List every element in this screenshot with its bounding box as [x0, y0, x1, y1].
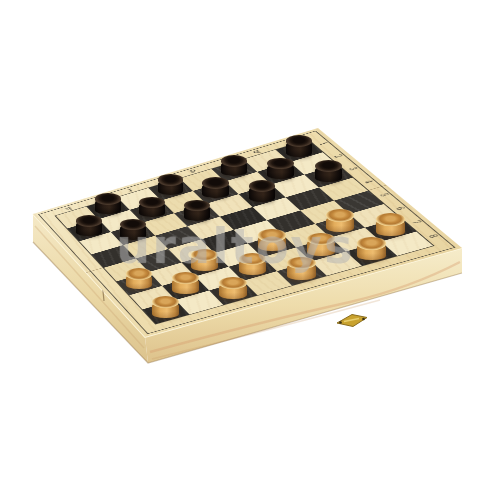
brass-clasp — [337, 315, 367, 327]
product-photo-checkers-board: hgfedcba 12345678 uraltoys — [0, 0, 500, 500]
